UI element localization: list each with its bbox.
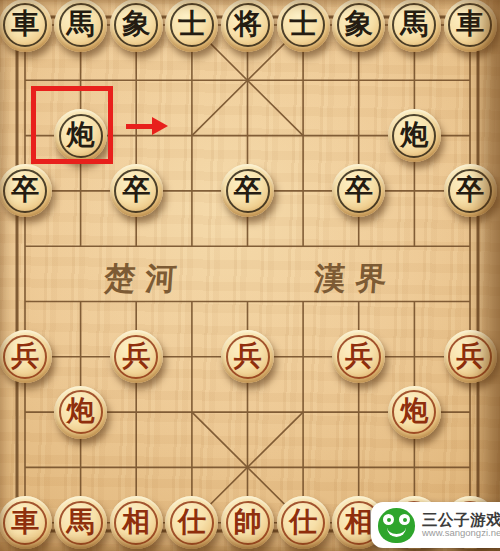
piece-glyph: 卒 — [345, 176, 373, 204]
red-soldier-5[interactable]: 兵 — [444, 330, 497, 383]
black-soldier-1[interactable]: 卒 — [0, 164, 52, 217]
piece-glyph: 車 — [456, 10, 484, 38]
watermark-site-url: www.sangongzi.net — [422, 528, 500, 539]
red-soldier-2[interactable]: 兵 — [110, 330, 163, 383]
red-soldier-1[interactable]: 兵 — [0, 330, 52, 383]
black-elephant-right[interactable]: 象 — [332, 0, 385, 52]
red-soldier-3[interactable]: 兵 — [221, 330, 274, 383]
piece-glyph: 兵 — [234, 342, 262, 370]
piece-glyph: 卒 — [456, 176, 484, 204]
red-elephant-left[interactable]: 相 — [110, 496, 163, 549]
piece-glyph: 炮 — [67, 397, 95, 425]
piece-glyph: 卒 — [122, 176, 150, 204]
piece-glyph: 士 — [289, 10, 317, 38]
piece-glyph: 車 — [11, 508, 39, 536]
red-advisor-right[interactable]: 仕 — [277, 496, 330, 549]
piece-glyph: 兵 — [122, 342, 150, 370]
piece-glyph: 象 — [345, 10, 373, 38]
river-label-han: 漢界 — [307, 258, 405, 298]
piece-glyph: 炮 — [400, 121, 428, 149]
river-label-chu: 楚河 — [97, 258, 195, 298]
black-horse-left[interactable]: 馬 — [54, 0, 107, 52]
black-soldier-2[interactable]: 卒 — [110, 164, 163, 217]
arrow-shaft — [126, 124, 154, 129]
black-advisor-left[interactable]: 士 — [165, 0, 218, 52]
black-horse-right[interactable]: 馬 — [388, 0, 441, 52]
piece-glyph: 馬 — [67, 10, 95, 38]
piece-glyph: 象 — [122, 10, 150, 38]
piece-glyph: 仕 — [178, 508, 206, 536]
piece-glyph: 相 — [122, 508, 150, 536]
piece-glyph: 卒 — [11, 176, 39, 204]
piece-glyph: 兵 — [345, 342, 373, 370]
arrow-head — [152, 117, 168, 135]
piece-glyph: 馬 — [400, 10, 428, 38]
board-grid-lines — [0, 0, 500, 551]
piece-glyph: 車 — [11, 10, 39, 38]
red-chariot-left[interactable]: 車 — [0, 496, 52, 549]
red-horse-left[interactable]: 馬 — [54, 496, 107, 549]
watermark-site-name: 三公子游戏网 — [422, 511, 500, 529]
piece-glyph: 兵 — [11, 342, 39, 370]
black-general[interactable]: 将 — [221, 0, 274, 52]
piece-glyph: 馬 — [67, 508, 95, 536]
piece-glyph: 兵 — [456, 342, 484, 370]
piece-glyph: 士 — [178, 10, 206, 38]
site-watermark: 三公子游戏网 www.sangongzi.net — [371, 502, 500, 548]
black-chariot-left[interactable]: 車 — [0, 0, 52, 52]
piece-glyph: 炮 — [400, 397, 428, 425]
right-arrow-icon — [126, 117, 170, 135]
black-chariot-right[interactable]: 車 — [444, 0, 497, 52]
piece-glyph: 相 — [345, 508, 373, 536]
red-general[interactable]: 帥 — [221, 496, 274, 549]
black-advisor-right[interactable]: 士 — [277, 0, 330, 52]
piece-glyph: 帥 — [234, 508, 262, 536]
black-soldier-5[interactable]: 卒 — [444, 164, 497, 217]
red-cannon-right[interactable]: 炮 — [388, 386, 441, 439]
black-elephant-left[interactable]: 象 — [110, 0, 163, 52]
red-cannon-left[interactable]: 炮 — [54, 386, 107, 439]
black-cannon-right[interactable]: 炮 — [388, 109, 441, 162]
xiangqi-board: 楚河 漢界 車馬象士将士象馬車炮炮卒卒卒卒卒兵兵兵兵兵炮炮車馬相仕帥仕相馬車 三… — [0, 0, 500, 551]
piece-glyph: 卒 — [234, 176, 262, 204]
piece-glyph: 仕 — [289, 508, 317, 536]
frog-mascot-icon — [378, 508, 415, 543]
piece-glyph: 将 — [234, 10, 262, 38]
highlight-square — [31, 86, 113, 164]
